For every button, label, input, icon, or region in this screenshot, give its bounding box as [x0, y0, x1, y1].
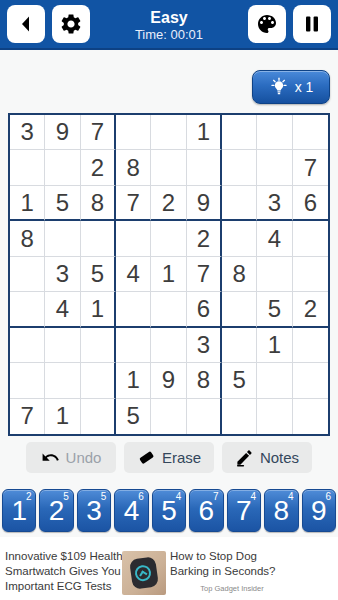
cell-r3c4[interactable]: 7 [116, 186, 151, 221]
cell-r4c4[interactable] [116, 221, 151, 256]
numpad-button-1[interactable]: 12 [2, 489, 36, 532]
cell-r5c5[interactable]: 1 [151, 257, 186, 292]
numpad-count: 5 [101, 491, 107, 502]
cell-r3c8[interactable]: 3 [257, 186, 292, 221]
numpad-button-3[interactable]: 35 [77, 489, 111, 532]
cell-r7c9[interactable] [293, 328, 328, 363]
cell-r1c2[interactable]: 9 [45, 115, 80, 150]
numpad-digit: 6 [199, 491, 215, 531]
cell-r7c2[interactable] [45, 328, 80, 363]
cell-r9c2[interactable]: 1 [45, 399, 80, 434]
cell-r6c1[interactable] [10, 292, 45, 327]
numpad-count: 4 [176, 491, 182, 502]
page-title: Easy [150, 9, 187, 27]
action-bar: Undo Erase Notes [0, 442, 338, 473]
cell-r8c8[interactable] [257, 363, 292, 398]
cell-r9c9[interactable] [293, 399, 328, 434]
cell-r1c5[interactable] [151, 115, 186, 150]
cell-r2c8[interactable] [257, 150, 292, 185]
notes-button[interactable]: Notes [222, 442, 312, 473]
cell-r5c6[interactable]: 7 [187, 257, 222, 292]
numpad-digit: 2 [49, 491, 65, 531]
cell-r1c1[interactable]: 3 [10, 115, 45, 150]
cell-r2c2[interactable] [45, 150, 80, 185]
cell-r4c3[interactable] [81, 221, 116, 256]
timer-label: Time: 00:01 [135, 27, 203, 42]
cell-r8c6[interactable]: 8 [187, 363, 222, 398]
cell-r1c8[interactable] [257, 115, 292, 150]
numpad-digit: 5 [161, 491, 177, 531]
cell-r9c8[interactable] [257, 399, 292, 434]
cell-r6c6[interactable]: 6 [187, 292, 222, 327]
numpad-digit: 7 [236, 491, 252, 531]
cell-r1c4[interactable] [116, 115, 151, 150]
numpad-digit: 4 [124, 491, 140, 531]
undo-button[interactable]: Undo [26, 442, 116, 473]
numpad-button-2[interactable]: 25 [39, 489, 73, 532]
cell-r6c5[interactable] [151, 292, 186, 327]
numpad-count: 6 [138, 491, 144, 502]
cell-r3c7[interactable] [222, 186, 257, 221]
numpad-count: 2 [26, 491, 32, 502]
ad-left-image[interactable] [122, 551, 166, 595]
numpad-button-9[interactable]: 96 [302, 489, 336, 532]
gear-icon [59, 12, 83, 36]
top-bar: Easy Time: 00:01 [0, 0, 338, 50]
eraser-icon [137, 448, 156, 467]
cell-r2c4[interactable]: 8 [116, 150, 151, 185]
cell-r1c7[interactable] [222, 115, 257, 150]
top-left-buttons [7, 5, 90, 43]
pause-button[interactable] [293, 5, 331, 43]
cell-r4c1[interactable]: 8 [10, 221, 45, 256]
cell-r5c8[interactable] [257, 257, 292, 292]
cell-r5c4[interactable]: 4 [116, 257, 151, 292]
hint-bulb-icon [269, 77, 289, 97]
cell-r8c9[interactable] [293, 363, 328, 398]
numpad-count: 4 [288, 491, 294, 502]
palette-icon [255, 12, 279, 36]
cell-r6c2[interactable]: 4 [45, 292, 80, 327]
back-icon [14, 12, 38, 36]
pause-icon [300, 12, 324, 36]
cell-r6c4[interactable] [116, 292, 151, 327]
cell-r6c7[interactable] [222, 292, 257, 327]
cell-r4c5[interactable] [151, 221, 186, 256]
cell-r1c9[interactable] [293, 115, 328, 150]
cell-r4c6[interactable]: 2 [187, 221, 222, 256]
cell-r9c6[interactable] [187, 399, 222, 434]
theme-button[interactable] [248, 5, 286, 43]
ad-right-image[interactable] [293, 548, 337, 592]
ad-right-source: Top Gadget Insider [170, 584, 294, 593]
cell-r2c1[interactable] [10, 150, 45, 185]
numpad-count: 7 [213, 491, 219, 502]
cell-r7c7[interactable] [222, 328, 257, 363]
watch-dial-graphic [134, 564, 152, 582]
cell-r7c3[interactable] [81, 328, 116, 363]
cell-r8c5[interactable]: 9 [151, 363, 186, 398]
hint-count-label: x 1 [295, 79, 314, 95]
ad-right-title[interactable]: How to Stop Dog Barking in Seconds? [170, 549, 294, 579]
erase-label: Erase [162, 449, 201, 466]
numpad-count: 6 [325, 491, 331, 502]
cell-r7c5[interactable] [151, 328, 186, 363]
numpad-count: 5 [63, 491, 69, 502]
cell-r3c6[interactable]: 9 [187, 186, 222, 221]
numpad-digit: 3 [86, 491, 102, 531]
cell-r3c1[interactable]: 1 [10, 186, 45, 221]
numpad-button-4[interactable]: 46 [114, 489, 148, 532]
cell-r2c5[interactable] [151, 150, 186, 185]
cell-r8c3[interactable] [81, 363, 116, 398]
numpad-button-7[interactable]: 74 [227, 489, 261, 532]
back-button[interactable] [7, 5, 45, 43]
cell-r9c5[interactable] [151, 399, 186, 434]
cell-r5c7[interactable]: 8 [222, 257, 257, 292]
pencil-icon [235, 448, 254, 467]
top-right-buttons [248, 5, 331, 43]
cell-r7c1[interactable] [10, 328, 45, 363]
notes-label: Notes [260, 449, 299, 466]
cell-r9c4[interactable]: 5 [116, 399, 151, 434]
undo-icon [41, 448, 60, 467]
cell-r8c2[interactable] [45, 363, 80, 398]
numpad-button-8[interactable]: 84 [264, 489, 298, 532]
cell-r1c3[interactable]: 7 [81, 115, 116, 150]
cell-r2c6[interactable] [187, 150, 222, 185]
numpad-digit: 8 [273, 491, 289, 531]
numpad: 122535465467748496 [2, 489, 336, 532]
watch-arrow-graphic [139, 570, 147, 578]
numpad-digit: 1 [11, 491, 27, 531]
cell-r2c3[interactable]: 2 [81, 150, 116, 185]
cell-r7c4[interactable] [116, 328, 151, 363]
cell-r8c4[interactable]: 1 [116, 363, 151, 398]
cell-r8c1[interactable] [10, 363, 45, 398]
cell-r9c1[interactable]: 7 [10, 399, 45, 434]
settings-button[interactable] [52, 5, 90, 43]
numpad-button-5[interactable]: 54 [152, 489, 186, 532]
cell-r4c7[interactable] [222, 221, 257, 256]
cell-r2c7[interactable] [222, 150, 257, 185]
cell-r3c2[interactable]: 5 [45, 186, 80, 221]
sudoku-grid: 39712871587293682435417841652311985715 [8, 113, 330, 436]
cell-r5c3[interactable]: 5 [81, 257, 116, 292]
cell-r4c8[interactable]: 4 [257, 221, 292, 256]
cell-r9c3[interactable] [81, 399, 116, 434]
cell-r2c9[interactable]: 7 [293, 150, 328, 185]
numpad-count: 4 [251, 491, 257, 502]
cell-r3c5[interactable]: 2 [151, 186, 186, 221]
cell-r6c9[interactable]: 2 [293, 292, 328, 327]
cell-r4c2[interactable] [45, 221, 80, 256]
smartwatch-graphic [129, 556, 159, 589]
numpad-button-6[interactable]: 67 [189, 489, 223, 532]
cell-r3c3[interactable]: 8 [81, 186, 116, 221]
ad-banner: Innovative $109 Health Smartwatch Gives … [0, 537, 338, 600]
cell-r6c8[interactable]: 5 [257, 292, 292, 327]
ad-left-text[interactable]: Innovative $109 Health Smartwatch Gives … [5, 549, 123, 594]
cell-r7c6[interactable]: 3 [187, 328, 222, 363]
cell-r7c8[interactable]: 1 [257, 328, 292, 363]
cell-r3c9[interactable]: 6 [293, 186, 328, 221]
cell-r5c9[interactable] [293, 257, 328, 292]
cell-r9c7[interactable] [222, 399, 257, 434]
cell-r8c7[interactable]: 5 [222, 363, 257, 398]
cell-r5c2[interactable]: 3 [45, 257, 80, 292]
erase-button[interactable]: Erase [124, 442, 214, 473]
cell-r6c3[interactable]: 1 [81, 292, 116, 327]
cell-r1c6[interactable]: 1 [187, 115, 222, 150]
cell-r5c1[interactable] [10, 257, 45, 292]
numpad-digit: 9 [311, 491, 327, 531]
undo-label: Undo [66, 449, 102, 466]
cell-r4c9[interactable] [293, 221, 328, 256]
hint-button[interactable]: x 1 [252, 70, 330, 104]
